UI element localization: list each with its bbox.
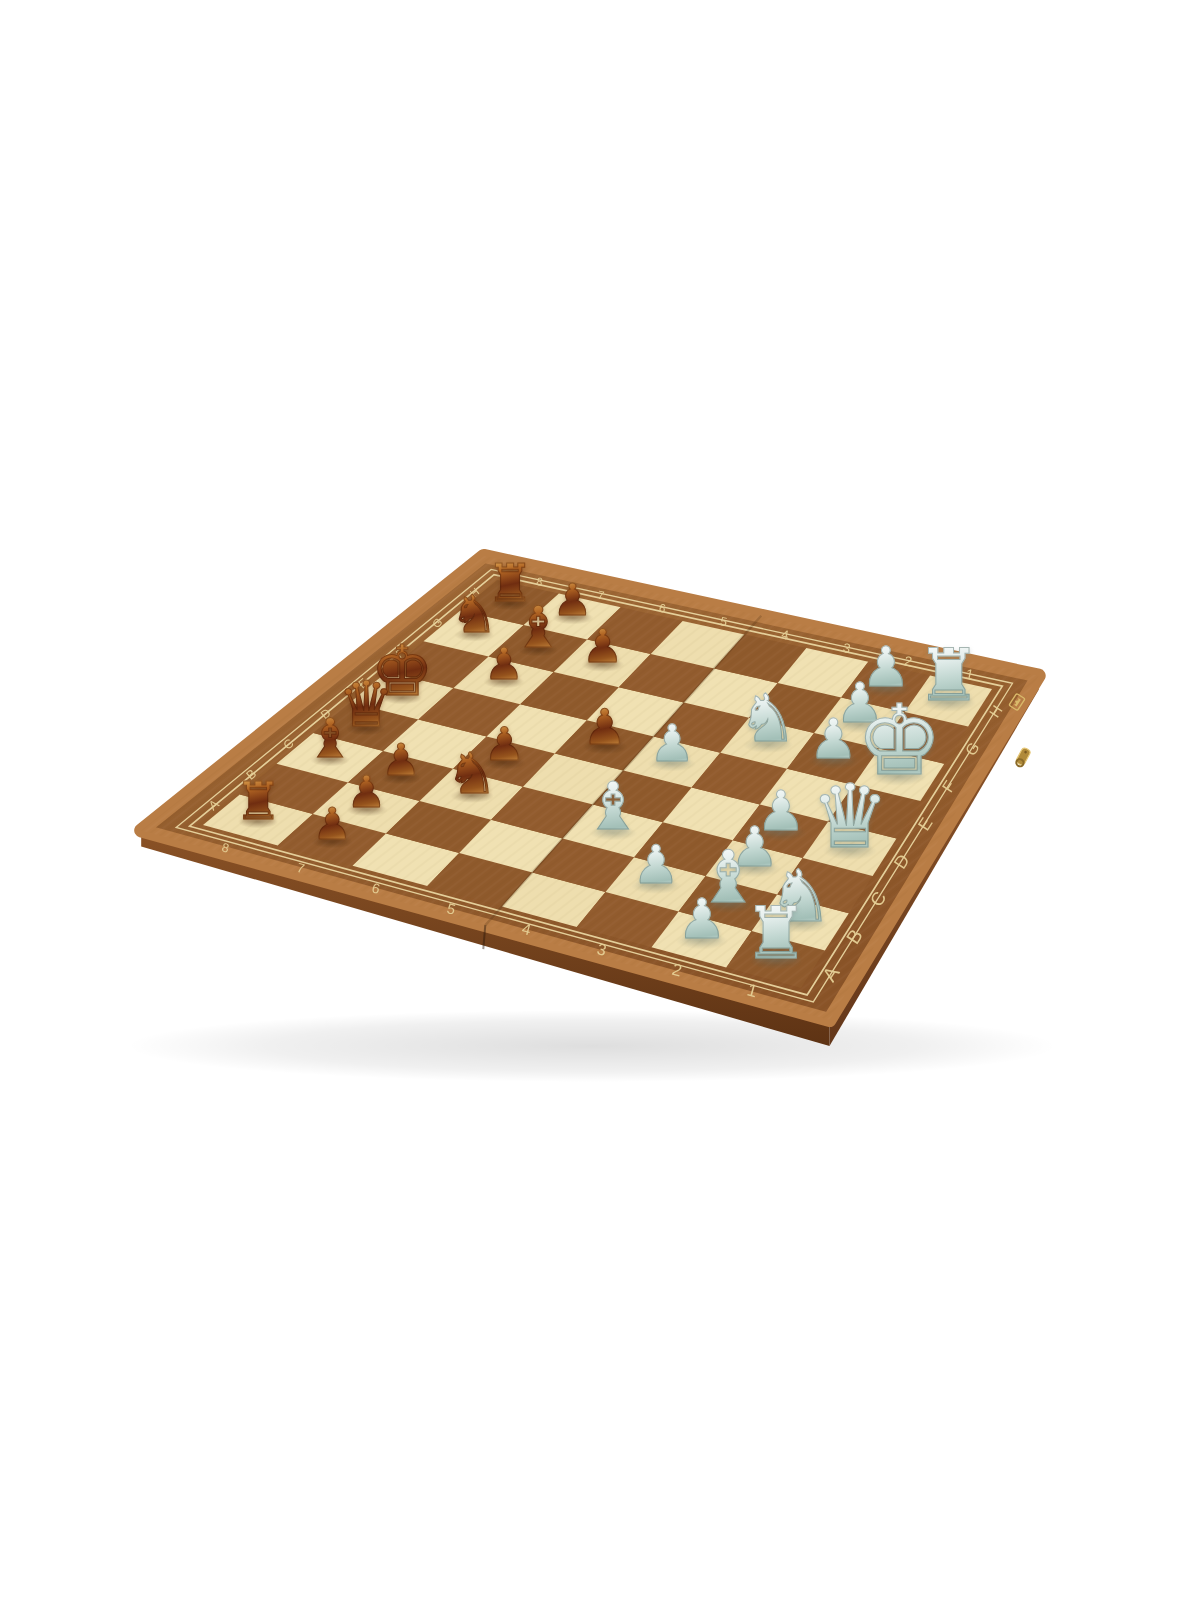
product-photo-canvas: ABCDEFGHABCDEFGH8765432187654321 ♜♝♛♚♞♜♟… [0,0,1200,1600]
floor-shadow [127,1010,1057,1082]
piece-black-pawn-a7[interactable]: ♟ [313,802,352,846]
piece-black-rook-a8[interactable]: ♜ [235,775,282,827]
piece-white-pawn-f2[interactable]: ♟ [809,711,858,766]
piece-black-pawn-f7[interactable]: ♟ [484,642,523,686]
piece-black-pawn-b7[interactable]: ♟ [347,770,386,814]
piece-white-pawn-e4[interactable]: ♟ [649,718,695,769]
piece-black-knight-g8[interactable]: ♞ [451,589,498,641]
brass-clasp-icon [1014,747,1031,768]
piece-white-pawn-b3[interactable]: ♟ [632,839,680,892]
piece-white-pawn-a2[interactable]: ♟ [677,892,726,947]
piece-black-pawn-e5[interactable]: ♟ [583,703,627,752]
piece-black-pawn-c7[interactable]: ♟ [381,738,420,782]
piece-black-knight-c6[interactable]: ♞ [446,745,497,802]
piece-black-pawn-g6[interactable]: ♟ [582,624,623,670]
piece-white-queen-d1[interactable]: ♛ [811,773,890,861]
piece-white-rook-a1[interactable]: ♜ [744,897,809,969]
piece-white-bishop-c4[interactable]: ♝ [584,774,643,840]
piece-white-knight-f3[interactable]: ♞ [738,686,797,752]
piece-black-bishop-c8[interactable]: ♝ [306,711,354,765]
